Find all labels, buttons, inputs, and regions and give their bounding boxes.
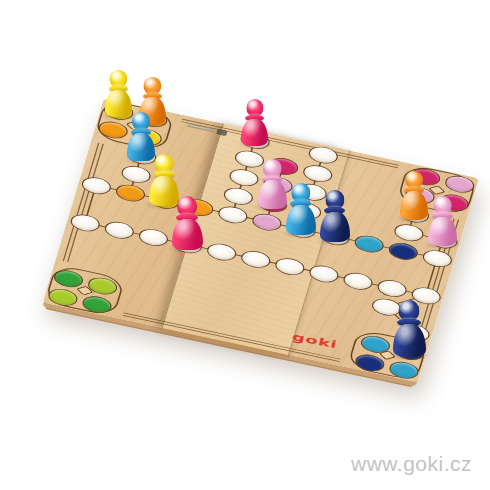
photo-canvas: goki www.goki.cz (0, 0, 490, 490)
field-yellow[interactable] (130, 126, 163, 148)
field-blue_dark[interactable] (353, 352, 386, 374)
field-green_dark[interactable] (80, 293, 113, 315)
board-grid (43, 98, 479, 383)
field-blue_light[interactable] (352, 233, 385, 255)
track-field[interactable] (102, 219, 135, 241)
ludo-board[interactable]: goki (43, 98, 479, 383)
track-field[interactable] (79, 174, 112, 196)
pawn-neck-rings (143, 93, 162, 99)
field-green_light[interactable] (86, 275, 119, 297)
field-pink_dark[interactable] (267, 155, 300, 177)
field-blue_light[interactable] (387, 359, 420, 381)
track-field[interactable] (227, 166, 260, 188)
watermark-text: www.goki.cz (351, 452, 472, 476)
field-pink_dark[interactable] (255, 192, 288, 214)
track-field[interactable] (68, 212, 101, 234)
field-pink_dark[interactable] (409, 166, 442, 188)
field-pink_light[interactable] (250, 211, 283, 233)
track-field[interactable] (289, 200, 322, 222)
field-green_light[interactable] (46, 286, 79, 308)
field-orange[interactable] (113, 182, 146, 204)
track-field[interactable] (301, 162, 334, 184)
track-field[interactable] (375, 277, 408, 299)
field-blue_dark[interactable] (386, 240, 419, 262)
track-field[interactable] (239, 248, 272, 270)
field-pink_light[interactable] (403, 184, 436, 206)
field-orange[interactable] (96, 119, 129, 141)
field-blue_light[interactable] (358, 333, 391, 355)
pawn-head (110, 70, 127, 88)
pawn-neck-rings (245, 115, 264, 121)
track-field[interactable] (273, 255, 306, 277)
track-field[interactable] (426, 229, 459, 251)
field-orange[interactable] (182, 196, 215, 218)
field-blue_dark[interactable] (392, 340, 425, 362)
field-green_dark[interactable] (51, 267, 84, 289)
track-field[interactable] (125, 145, 158, 167)
track-field[interactable] (397, 203, 430, 225)
track-field[interactable] (341, 270, 374, 292)
track-field[interactable] (238, 129, 271, 151)
track-field[interactable] (306, 144, 339, 166)
track-field[interactable] (170, 234, 203, 256)
track-field[interactable] (392, 221, 425, 243)
track-field[interactable] (307, 263, 340, 285)
track-field[interactable] (409, 285, 442, 307)
field-pink_light[interactable] (261, 174, 294, 196)
track-field[interactable] (369, 296, 402, 318)
track-field[interactable] (318, 225, 351, 247)
field-orange[interactable] (136, 107, 169, 129)
track-field[interactable] (216, 204, 249, 226)
track-field[interactable] (136, 226, 169, 248)
field-pink_light[interactable] (443, 173, 476, 195)
field-pink_dark[interactable] (437, 192, 470, 214)
track-field[interactable] (119, 163, 152, 185)
track-field[interactable] (205, 241, 238, 263)
track-field[interactable] (295, 181, 328, 203)
field-yellow[interactable] (148, 189, 181, 211)
track-field[interactable] (398, 322, 431, 344)
field-yellow[interactable] (102, 100, 135, 122)
track-field[interactable] (284, 218, 317, 240)
pawn-neck-rings (109, 85, 128, 91)
track-field[interactable] (221, 185, 254, 207)
pawn-head (144, 77, 161, 95)
pawn-head (246, 99, 263, 117)
track-field[interactable] (232, 148, 265, 170)
track-field[interactable] (420, 247, 453, 269)
